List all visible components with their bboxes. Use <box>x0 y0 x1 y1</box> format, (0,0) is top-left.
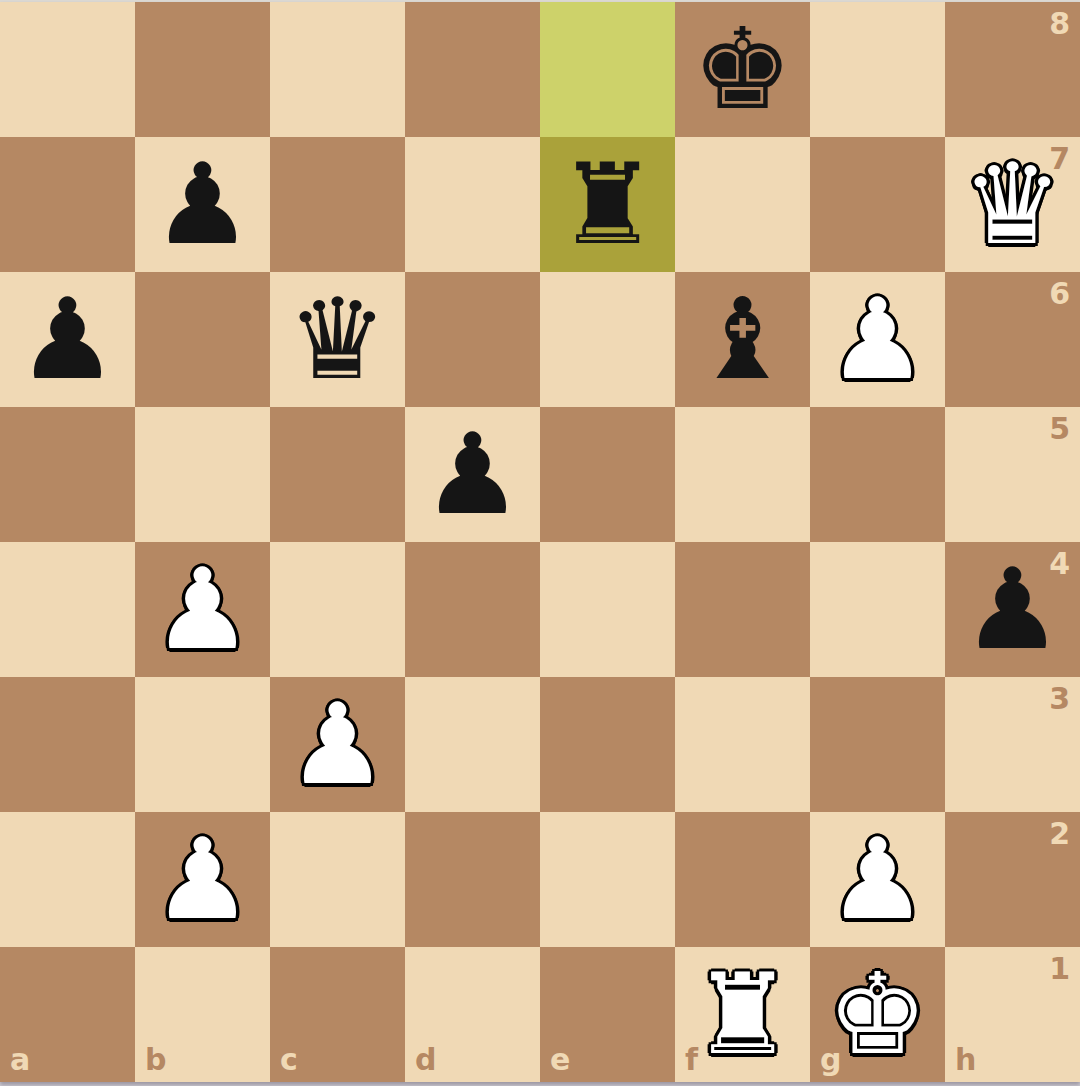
square-a1[interactable]: a <box>0 947 135 1082</box>
square-e2[interactable] <box>540 812 675 947</box>
square-a4[interactable] <box>0 542 135 677</box>
square-g1[interactable]: ♚g <box>810 947 945 1082</box>
square-f7[interactable] <box>675 137 810 272</box>
square-e4[interactable] <box>540 542 675 677</box>
square-g6[interactable]: ♟ <box>810 272 945 407</box>
coord-file-e: e <box>550 1045 570 1075</box>
coord-file-h: h <box>955 1045 976 1075</box>
square-h2[interactable]: 2 <box>945 812 1080 947</box>
square-c6[interactable]: ♛ <box>270 272 405 407</box>
square-f1[interactable]: ♜f <box>675 947 810 1082</box>
coord-rank-8: 8 <box>1049 9 1070 39</box>
piece-white-pawn-g2[interactable]: ♟ <box>827 812 927 947</box>
square-g4[interactable] <box>810 542 945 677</box>
square-a7[interactable] <box>0 137 135 272</box>
coord-file-f: f <box>685 1045 698 1075</box>
square-c3[interactable]: ♟ <box>270 677 405 812</box>
square-b3[interactable] <box>135 677 270 812</box>
square-b7[interactable]: ♟ <box>135 137 270 272</box>
piece-white-king-g1[interactable]: ♚ <box>827 947 927 1082</box>
square-g7[interactable] <box>810 137 945 272</box>
piece-white-pawn-b2[interactable]: ♟ <box>152 812 252 947</box>
square-c1[interactable]: c <box>270 947 405 1082</box>
square-f5[interactable] <box>675 407 810 542</box>
coord-file-g: g <box>820 1045 841 1075</box>
square-d1[interactable]: d <box>405 947 540 1082</box>
piece-black-king-f8[interactable]: ♚ <box>692 2 792 137</box>
square-d7[interactable] <box>405 137 540 272</box>
square-d2[interactable] <box>405 812 540 947</box>
square-b6[interactable] <box>135 272 270 407</box>
piece-white-rook-f1[interactable]: ♜ <box>692 947 792 1082</box>
coord-rank-6: 6 <box>1049 279 1070 309</box>
piece-black-pawn-h4[interactable]: ♟ <box>962 542 1062 677</box>
square-h6[interactable]: 6 <box>945 272 1080 407</box>
square-e3[interactable] <box>540 677 675 812</box>
piece-white-pawn-g6[interactable]: ♟ <box>827 272 927 407</box>
piece-black-pawn-a6[interactable]: ♟ <box>17 272 117 407</box>
square-b2[interactable]: ♟ <box>135 812 270 947</box>
coord-rank-7: 7 <box>1049 144 1070 174</box>
square-d6[interactable] <box>405 272 540 407</box>
square-e5[interactable] <box>540 407 675 542</box>
square-c2[interactable] <box>270 812 405 947</box>
square-a8[interactable] <box>0 2 135 137</box>
square-d5[interactable]: ♟ <box>405 407 540 542</box>
square-f6[interactable]: ♝ <box>675 272 810 407</box>
piece-white-pawn-b4[interactable]: ♟ <box>152 542 252 677</box>
square-a2[interactable] <box>0 812 135 947</box>
square-c4[interactable] <box>270 542 405 677</box>
coord-file-d: d <box>415 1045 436 1075</box>
piece-black-bishop-f6[interactable]: ♝ <box>692 272 792 407</box>
square-h8[interactable]: 8 <box>945 2 1080 137</box>
square-e6[interactable] <box>540 272 675 407</box>
square-f3[interactable] <box>675 677 810 812</box>
square-g3[interactable] <box>810 677 945 812</box>
square-a3[interactable] <box>0 677 135 812</box>
square-b4[interactable]: ♟ <box>135 542 270 677</box>
square-c5[interactable] <box>270 407 405 542</box>
page-background: ♚8♟♜♛7♟♛♝♟6♟5♟♟4♟3♟♟2abcde♜f♚g1h <box>0 0 1080 1086</box>
square-b8[interactable] <box>135 2 270 137</box>
square-b5[interactable] <box>135 407 270 542</box>
square-h5[interactable]: 5 <box>945 407 1080 542</box>
square-g2[interactable]: ♟ <box>810 812 945 947</box>
piece-black-rook-e7[interactable]: ♜ <box>557 137 657 272</box>
coord-rank-1: 1 <box>1049 954 1070 984</box>
square-c7[interactable] <box>270 137 405 272</box>
square-a5[interactable] <box>0 407 135 542</box>
coord-file-a: a <box>10 1045 30 1075</box>
square-f2[interactable] <box>675 812 810 947</box>
square-d4[interactable] <box>405 542 540 677</box>
piece-black-pawn-b7[interactable]: ♟ <box>152 137 252 272</box>
coord-file-c: c <box>280 1045 298 1075</box>
square-h3[interactable]: 3 <box>945 677 1080 812</box>
square-h4[interactable]: ♟4 <box>945 542 1080 677</box>
coord-rank-3: 3 <box>1049 684 1070 714</box>
square-e1[interactable]: e <box>540 947 675 1082</box>
piece-black-queen-c6[interactable]: ♛ <box>287 272 387 407</box>
square-d8[interactable] <box>405 2 540 137</box>
coord-file-b: b <box>145 1045 166 1075</box>
square-c8[interactable] <box>270 2 405 137</box>
square-g8[interactable] <box>810 2 945 137</box>
square-d3[interactable] <box>405 677 540 812</box>
piece-black-pawn-d5[interactable]: ♟ <box>422 407 522 542</box>
square-h1[interactable]: 1h <box>945 947 1080 1082</box>
coord-rank-4: 4 <box>1049 549 1070 579</box>
square-g5[interactable] <box>810 407 945 542</box>
square-f8[interactable]: ♚ <box>675 2 810 137</box>
square-e8[interactable] <box>540 2 675 137</box>
chess-board: ♚8♟♜♛7♟♛♝♟6♟5♟♟4♟3♟♟2abcde♜f♚g1h <box>0 2 1080 1082</box>
square-f4[interactable] <box>675 542 810 677</box>
square-e7[interactable]: ♜ <box>540 137 675 272</box>
square-b1[interactable]: b <box>135 947 270 1082</box>
square-h7[interactable]: ♛7 <box>945 137 1080 272</box>
square-a6[interactable]: ♟ <box>0 272 135 407</box>
coord-rank-5: 5 <box>1049 414 1070 444</box>
piece-white-pawn-c3[interactable]: ♟ <box>287 677 387 812</box>
coord-rank-2: 2 <box>1049 819 1070 849</box>
piece-white-queen-h7[interactable]: ♛ <box>962 137 1062 272</box>
